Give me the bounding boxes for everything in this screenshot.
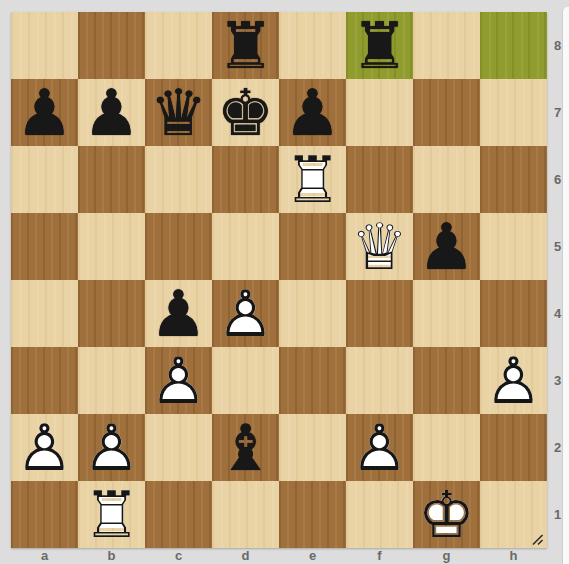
square-b8[interactable] [78,12,145,79]
square-h5[interactable] [480,213,547,280]
square-b7[interactable]: ♟ [78,79,145,146]
white-rook-outline-glyph: ♖ [284,148,341,212]
piece-white-queen-f5[interactable]: ♛♕ [351,215,408,279]
file-label-g: g [413,546,480,564]
square-b1[interactable]: ♜♖ [78,481,145,548]
black-pawn-glyph: ♟ [418,215,475,279]
square-c1[interactable] [145,481,212,548]
square-a5[interactable] [11,213,78,280]
square-f3[interactable] [346,347,413,414]
square-b2[interactable]: ♟♙ [78,414,145,481]
square-d8[interactable]: ♜ [212,12,279,79]
square-f5[interactable]: ♛♕ [346,213,413,280]
white-king-outline-glyph: ♔ [418,483,475,547]
black-king-glyph: ♚ [217,81,274,145]
white-queen-outline-glyph: ♕ [351,215,408,279]
file-label-e: e [279,546,346,564]
file-labels: abcdefgh [11,546,547,564]
square-c7[interactable]: ♛ [145,79,212,146]
board-resize-handle[interactable] [531,532,544,545]
piece-white-pawn-c3[interactable]: ♟♙ [150,349,207,413]
white-rook-outline-glyph: ♖ [83,483,140,547]
square-c2[interactable] [145,414,212,481]
square-g8[interactable] [413,12,480,79]
square-h4[interactable] [480,280,547,347]
square-f6[interactable] [346,146,413,213]
piece-white-pawn-d4[interactable]: ♟♙ [217,282,274,346]
square-e8[interactable] [279,12,346,79]
piece-black-pawn-a7[interactable]: ♟ [16,81,73,145]
file-label-d: d [212,546,279,564]
black-bishop-glyph: ♝ [217,416,274,480]
piece-black-pawn-b7[interactable]: ♟ [83,81,140,145]
file-label-a: a [11,546,78,564]
square-d3[interactable] [212,347,279,414]
piece-black-rook-d8[interactable]: ♜ [217,14,274,78]
square-a3[interactable] [11,347,78,414]
square-d2[interactable]: ♝ [212,414,279,481]
piece-black-pawn-e7[interactable]: ♟ [284,81,341,145]
square-f7[interactable] [346,79,413,146]
black-pawn-glyph: ♟ [284,81,341,145]
square-f1[interactable] [346,481,413,548]
board-area: ♜♜♟♟♛♚♟♜♖♛♕♟♟♟♙♟♙♟♙♟♙♟♙♝♟♙♜♖♚♔ 87654321 … [0,0,569,564]
square-a8[interactable] [11,12,78,79]
square-g3[interactable] [413,347,480,414]
file-label-b: b [78,546,145,564]
square-g7[interactable] [413,79,480,146]
black-pawn-glyph: ♟ [150,282,207,346]
piece-white-pawn-f2[interactable]: ♟♙ [351,416,408,480]
white-pawn-outline-glyph: ♙ [83,416,140,480]
piece-black-rook-f8[interactable]: ♜ [351,14,408,78]
square-e2[interactable] [279,414,346,481]
chess-board: ♜♜♟♟♛♚♟♜♖♛♕♟♟♟♙♟♙♟♙♟♙♟♙♝♟♙♜♖♚♔ [11,12,547,548]
white-pawn-outline-glyph: ♙ [351,416,408,480]
square-f2[interactable]: ♟♙ [346,414,413,481]
square-a2[interactable]: ♟♙ [11,414,78,481]
square-h3[interactable]: ♟♙ [480,347,547,414]
square-b3[interactable] [78,347,145,414]
square-d5[interactable] [212,213,279,280]
piece-black-king-d7[interactable]: ♚ [217,81,274,145]
file-label-h: h [480,546,547,564]
square-d6[interactable] [212,146,279,213]
file-label-c: c [145,546,212,564]
piece-white-rook-b1[interactable]: ♜♖ [83,483,140,547]
square-g5[interactable]: ♟ [413,213,480,280]
square-b5[interactable] [78,213,145,280]
square-g2[interactable] [413,414,480,481]
square-f4[interactable] [346,280,413,347]
square-c3[interactable]: ♟♙ [145,347,212,414]
square-a4[interactable] [11,280,78,347]
square-h2[interactable] [480,414,547,481]
piece-white-king-g1[interactable]: ♚♔ [418,483,475,547]
square-e4[interactable] [279,280,346,347]
black-rook-glyph: ♜ [217,14,274,78]
square-d4[interactable]: ♟♙ [212,280,279,347]
square-g1[interactable]: ♚♔ [413,481,480,548]
square-c8[interactable] [145,12,212,79]
black-rook-glyph: ♜ [351,14,408,78]
piece-white-pawn-b2[interactable]: ♟♙ [83,416,140,480]
piece-white-pawn-h3[interactable]: ♟♙ [485,349,542,413]
black-queen-glyph: ♛ [150,81,207,145]
square-e3[interactable] [279,347,346,414]
square-a7[interactable]: ♟ [11,79,78,146]
white-pawn-outline-glyph: ♙ [485,349,542,413]
piece-white-rook-e6[interactable]: ♜♖ [284,148,341,212]
square-e1[interactable] [279,481,346,548]
side-panel-edge [562,7,569,564]
square-e5[interactable] [279,213,346,280]
black-pawn-glyph: ♟ [16,81,73,145]
square-d7[interactable]: ♚ [212,79,279,146]
white-pawn-outline-glyph: ♙ [217,282,274,346]
square-c5[interactable] [145,213,212,280]
square-b4[interactable] [78,280,145,347]
square-g6[interactable] [413,146,480,213]
square-h6[interactable] [480,146,547,213]
square-b6[interactable] [78,146,145,213]
square-g4[interactable] [413,280,480,347]
square-f8[interactable]: ♜ [346,12,413,79]
file-label-f: f [346,546,413,564]
square-c6[interactable] [145,146,212,213]
piece-white-pawn-a2[interactable]: ♟♙ [16,416,73,480]
black-pawn-glyph: ♟ [83,81,140,145]
square-a1[interactable] [11,481,78,548]
piece-black-bishop-d2[interactable]: ♝ [217,416,274,480]
piece-black-queen-c7[interactable]: ♛ [150,81,207,145]
piece-black-pawn-c4[interactable]: ♟ [150,282,207,346]
square-a6[interactable] [11,146,78,213]
white-pawn-outline-glyph: ♙ [150,349,207,413]
square-d1[interactable] [212,481,279,548]
square-e7[interactable]: ♟ [279,79,346,146]
square-c4[interactable]: ♟ [145,280,212,347]
square-e6[interactable]: ♜♖ [279,146,346,213]
white-pawn-outline-glyph: ♙ [16,416,73,480]
square-h8[interactable] [480,12,547,79]
square-h7[interactable] [480,79,547,146]
piece-black-pawn-g5[interactable]: ♟ [418,215,475,279]
